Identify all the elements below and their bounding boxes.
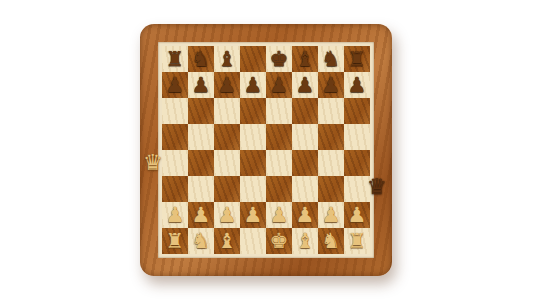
square-a8[interactable]: ♜	[162, 46, 188, 72]
square-f5[interactable]	[292, 124, 318, 150]
square-d1[interactable]	[240, 228, 266, 254]
square-e7[interactable]: ♟	[266, 72, 292, 98]
square-g4[interactable]	[318, 150, 344, 176]
piece-white-pawn[interactable]: ♟	[270, 205, 289, 226]
square-h1[interactable]: ♜	[344, 228, 370, 254]
square-g5[interactable]	[318, 124, 344, 150]
square-c3[interactable]	[214, 176, 240, 202]
square-d5[interactable]	[240, 124, 266, 150]
square-a7[interactable]: ♟	[162, 72, 188, 98]
square-e4[interactable]	[266, 150, 292, 176]
square-e2[interactable]: ♟	[266, 202, 292, 228]
square-a4[interactable]	[162, 150, 188, 176]
chess-board-frame: ♜♞♝♚♝♞♜♟♟♟♟♟♟♟♟♟♟♟♟♟♟♟♟♜♞♝♚♝♞♜ ♛♛	[140, 24, 392, 276]
piece-black-pawn[interactable]: ♟	[270, 75, 289, 96]
square-f8[interactable]: ♝	[292, 46, 318, 72]
piece-white-knight[interactable]: ♞	[322, 231, 341, 252]
piece-white-pawn[interactable]: ♟	[166, 205, 185, 226]
square-d7[interactable]: ♟	[240, 72, 266, 98]
square-a1[interactable]: ♜	[162, 228, 188, 254]
piece-white-rook[interactable]: ♜	[348, 231, 367, 252]
piece-white-bishop[interactable]: ♝	[218, 231, 237, 252]
piece-black-pawn[interactable]: ♟	[192, 75, 211, 96]
square-c6[interactable]	[214, 98, 240, 124]
square-f6[interactable]	[292, 98, 318, 124]
square-c8[interactable]: ♝	[214, 46, 240, 72]
square-a3[interactable]	[162, 176, 188, 202]
square-e6[interactable]	[266, 98, 292, 124]
square-g8[interactable]: ♞	[318, 46, 344, 72]
square-g1[interactable]: ♞	[318, 228, 344, 254]
border-piece-black-queen[interactable]: ♛	[367, 176, 387, 198]
square-h4[interactable]	[344, 150, 370, 176]
square-h7[interactable]: ♟	[344, 72, 370, 98]
square-e5[interactable]	[266, 124, 292, 150]
square-f7[interactable]: ♟	[292, 72, 318, 98]
square-f4[interactable]	[292, 150, 318, 176]
piece-white-knight[interactable]: ♞	[192, 231, 211, 252]
square-d8[interactable]	[240, 46, 266, 72]
border-piece-white-queen[interactable]: ♛	[143, 152, 163, 174]
square-b3[interactable]	[188, 176, 214, 202]
piece-black-pawn[interactable]: ♟	[218, 75, 237, 96]
square-e3[interactable]	[266, 176, 292, 202]
chess-set-photo: ♜♞♝♚♝♞♜♟♟♟♟♟♟♟♟♟♟♟♟♟♟♟♟♜♞♝♚♝♞♜ ♛♛	[0, 0, 533, 300]
piece-black-pawn[interactable]: ♟	[296, 75, 315, 96]
piece-white-bishop[interactable]: ♝	[296, 231, 315, 252]
square-b4[interactable]	[188, 150, 214, 176]
square-b1[interactable]: ♞	[188, 228, 214, 254]
chess-board: ♜♞♝♚♝♞♜♟♟♟♟♟♟♟♟♟♟♟♟♟♟♟♟♜♞♝♚♝♞♜	[162, 46, 370, 254]
piece-black-rook[interactable]: ♜	[166, 49, 185, 70]
square-g6[interactable]	[318, 98, 344, 124]
square-c7[interactable]: ♟	[214, 72, 240, 98]
square-h8[interactable]: ♜	[344, 46, 370, 72]
piece-white-pawn[interactable]: ♟	[192, 205, 211, 226]
square-a2[interactable]: ♟	[162, 202, 188, 228]
piece-black-bishop[interactable]: ♝	[296, 49, 315, 70]
square-f1[interactable]: ♝	[292, 228, 318, 254]
board-inner-maple-strip: ♜♞♝♚♝♞♜♟♟♟♟♟♟♟♟♟♟♟♟♟♟♟♟♜♞♝♚♝♞♜	[158, 42, 374, 258]
square-b6[interactable]	[188, 98, 214, 124]
piece-black-pawn[interactable]: ♟	[322, 75, 341, 96]
square-a6[interactable]	[162, 98, 188, 124]
square-c5[interactable]	[214, 124, 240, 150]
square-g2[interactable]: ♟	[318, 202, 344, 228]
piece-white-rook[interactable]: ♜	[166, 231, 185, 252]
piece-black-pawn[interactable]: ♟	[348, 75, 367, 96]
piece-black-bishop[interactable]: ♝	[218, 49, 237, 70]
square-b5[interactable]	[188, 124, 214, 150]
square-e8[interactable]: ♚	[266, 46, 292, 72]
square-d4[interactable]	[240, 150, 266, 176]
piece-black-knight[interactable]: ♞	[192, 49, 211, 70]
square-d6[interactable]	[240, 98, 266, 124]
square-h6[interactable]	[344, 98, 370, 124]
square-b2[interactable]: ♟	[188, 202, 214, 228]
square-g7[interactable]: ♟	[318, 72, 344, 98]
square-c4[interactable]	[214, 150, 240, 176]
piece-black-pawn[interactable]: ♟	[166, 75, 185, 96]
square-g3[interactable]	[318, 176, 344, 202]
piece-white-king[interactable]: ♚	[270, 231, 289, 252]
piece-white-pawn[interactable]: ♟	[218, 205, 237, 226]
square-d2[interactable]: ♟	[240, 202, 266, 228]
piece-black-rook[interactable]: ♜	[348, 49, 367, 70]
square-c1[interactable]: ♝	[214, 228, 240, 254]
piece-white-pawn[interactable]: ♟	[322, 205, 341, 226]
piece-black-pawn[interactable]: ♟	[244, 75, 263, 96]
square-h2[interactable]: ♟	[344, 202, 370, 228]
square-c2[interactable]: ♟	[214, 202, 240, 228]
piece-white-pawn[interactable]: ♟	[348, 205, 367, 226]
piece-white-pawn[interactable]: ♟	[244, 205, 263, 226]
piece-black-king[interactable]: ♚	[270, 49, 289, 70]
square-d3[interactable]	[240, 176, 266, 202]
square-f3[interactable]	[292, 176, 318, 202]
square-e1[interactable]: ♚	[266, 228, 292, 254]
square-a5[interactable]	[162, 124, 188, 150]
piece-black-knight[interactable]: ♞	[322, 49, 341, 70]
square-b8[interactable]: ♞	[188, 46, 214, 72]
square-h5[interactable]	[344, 124, 370, 150]
square-b7[interactable]: ♟	[188, 72, 214, 98]
piece-white-pawn[interactable]: ♟	[296, 205, 315, 226]
square-f2[interactable]: ♟	[292, 202, 318, 228]
